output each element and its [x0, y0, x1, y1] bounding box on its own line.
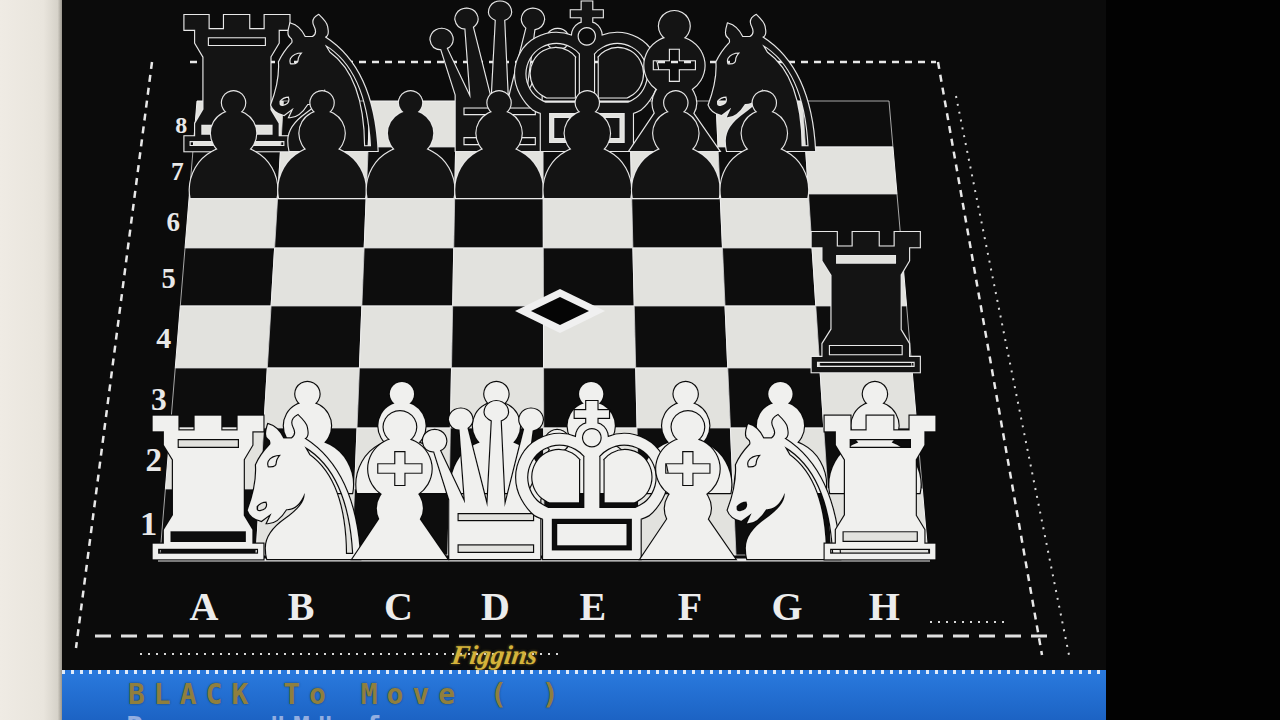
- rank-label-4: 4: [156, 321, 171, 354]
- square-b5[interactable]: [271, 248, 364, 306]
- photo-of-crt-screen: 87654321ABCDEFGH♜♞♛♚♝♞♟♟♟♟♟♟♟♜♟♟♟♟♟♟♟♜♞♝…: [0, 0, 1280, 720]
- menu-hint: Press "M" for menu: [62, 711, 1106, 720]
- frame-right-inner-line: [956, 96, 1070, 660]
- square-c5[interactable]: [362, 248, 454, 306]
- turn-indicator: BLACK To Move ( ): [62, 670, 1106, 708]
- status-bar-tick-border: [62, 670, 1106, 674]
- player-name-watermark: Figgins: [450, 640, 540, 671]
- square-a5[interactable]: [180, 248, 274, 306]
- square-f5[interactable]: [633, 248, 725, 306]
- rank-label-5: 5: [162, 263, 176, 294]
- chessboard-3d[interactable]: 87654321ABCDEFGH♜♞♛♚♝♞♟♟♟♟♟♟♟♜♟♟♟♟♟♟♟♜♞♝…: [0, 0, 1280, 720]
- status-bar: BLACK To Move ( ) Press "M" for menu: [62, 670, 1106, 720]
- piece-white-rook-h1[interactable]: ♜: [792, 377, 968, 605]
- square-d5[interactable]: [453, 248, 544, 306]
